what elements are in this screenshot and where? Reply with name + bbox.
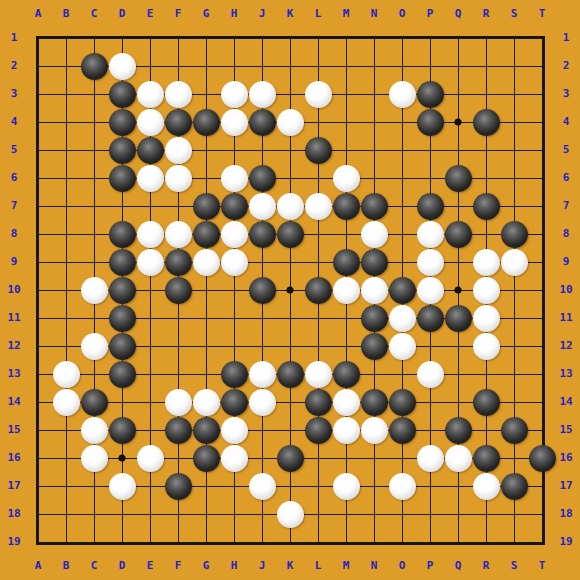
intersection-g18[interactable] bbox=[192, 500, 220, 528]
intersection-f3[interactable] bbox=[164, 80, 192, 108]
intersection-n18[interactable] bbox=[360, 500, 388, 528]
intersection-o1[interactable] bbox=[388, 24, 416, 52]
intersection-o13[interactable] bbox=[388, 360, 416, 388]
intersection-c2[interactable] bbox=[80, 52, 108, 80]
intersection-a1[interactable] bbox=[24, 24, 52, 52]
intersection-n10[interactable] bbox=[360, 276, 388, 304]
intersection-t11[interactable] bbox=[528, 304, 556, 332]
intersection-b19[interactable] bbox=[52, 528, 80, 556]
intersection-r3[interactable] bbox=[472, 80, 500, 108]
intersection-q10[interactable] bbox=[444, 276, 472, 304]
intersection-e17[interactable] bbox=[136, 472, 164, 500]
intersection-n8[interactable] bbox=[360, 220, 388, 248]
intersection-o19[interactable] bbox=[388, 528, 416, 556]
intersection-s11[interactable] bbox=[500, 304, 528, 332]
intersection-h9[interactable] bbox=[220, 248, 248, 276]
intersection-h10[interactable] bbox=[220, 276, 248, 304]
intersection-j9[interactable] bbox=[248, 248, 276, 276]
intersection-k11[interactable] bbox=[276, 304, 304, 332]
intersection-t10[interactable] bbox=[528, 276, 556, 304]
intersection-d12[interactable] bbox=[108, 332, 136, 360]
intersection-h5[interactable] bbox=[220, 136, 248, 164]
intersection-n7[interactable] bbox=[360, 192, 388, 220]
intersection-k15[interactable] bbox=[276, 416, 304, 444]
intersection-s4[interactable] bbox=[500, 108, 528, 136]
intersection-d7[interactable] bbox=[108, 192, 136, 220]
intersection-s10[interactable] bbox=[500, 276, 528, 304]
intersection-p12[interactable] bbox=[416, 332, 444, 360]
intersection-h17[interactable] bbox=[220, 472, 248, 500]
intersection-j10[interactable] bbox=[248, 276, 276, 304]
intersection-b7[interactable] bbox=[52, 192, 80, 220]
intersection-t16[interactable] bbox=[528, 444, 556, 472]
intersection-s8[interactable] bbox=[500, 220, 528, 248]
intersection-g10[interactable] bbox=[192, 276, 220, 304]
intersection-q16[interactable] bbox=[444, 444, 472, 472]
intersection-q2[interactable] bbox=[444, 52, 472, 80]
intersection-p2[interactable] bbox=[416, 52, 444, 80]
intersection-a5[interactable] bbox=[24, 136, 52, 164]
intersection-p1[interactable] bbox=[416, 24, 444, 52]
intersection-f14[interactable] bbox=[164, 388, 192, 416]
intersection-f7[interactable] bbox=[164, 192, 192, 220]
intersection-m17[interactable] bbox=[332, 472, 360, 500]
intersection-k17[interactable] bbox=[276, 472, 304, 500]
intersection-m19[interactable] bbox=[332, 528, 360, 556]
intersection-s14[interactable] bbox=[500, 388, 528, 416]
intersection-r1[interactable] bbox=[472, 24, 500, 52]
intersection-p17[interactable] bbox=[416, 472, 444, 500]
intersection-d9[interactable] bbox=[108, 248, 136, 276]
intersection-f13[interactable] bbox=[164, 360, 192, 388]
intersection-q9[interactable] bbox=[444, 248, 472, 276]
intersection-d2[interactable] bbox=[108, 52, 136, 80]
intersection-c3[interactable] bbox=[80, 80, 108, 108]
intersection-q7[interactable] bbox=[444, 192, 472, 220]
intersection-a18[interactable] bbox=[24, 500, 52, 528]
intersection-r16[interactable] bbox=[472, 444, 500, 472]
intersection-k19[interactable] bbox=[276, 528, 304, 556]
intersection-m6[interactable] bbox=[332, 164, 360, 192]
intersection-e12[interactable] bbox=[136, 332, 164, 360]
intersection-m12[interactable] bbox=[332, 332, 360, 360]
intersection-s6[interactable] bbox=[500, 164, 528, 192]
intersection-e10[interactable] bbox=[136, 276, 164, 304]
intersection-g14[interactable] bbox=[192, 388, 220, 416]
intersection-p13[interactable] bbox=[416, 360, 444, 388]
intersection-h7[interactable] bbox=[220, 192, 248, 220]
intersection-j3[interactable] bbox=[248, 80, 276, 108]
intersection-m1[interactable] bbox=[332, 24, 360, 52]
intersection-m9[interactable] bbox=[332, 248, 360, 276]
intersection-o6[interactable] bbox=[388, 164, 416, 192]
intersection-d5[interactable] bbox=[108, 136, 136, 164]
intersection-p11[interactable] bbox=[416, 304, 444, 332]
intersection-k6[interactable] bbox=[276, 164, 304, 192]
intersection-k2[interactable] bbox=[276, 52, 304, 80]
intersection-t14[interactable] bbox=[528, 388, 556, 416]
intersection-m4[interactable] bbox=[332, 108, 360, 136]
intersection-h18[interactable] bbox=[220, 500, 248, 528]
intersection-m3[interactable] bbox=[332, 80, 360, 108]
intersection-t7[interactable] bbox=[528, 192, 556, 220]
intersection-n12[interactable] bbox=[360, 332, 388, 360]
intersection-c14[interactable] bbox=[80, 388, 108, 416]
intersection-n6[interactable] bbox=[360, 164, 388, 192]
intersection-a3[interactable] bbox=[24, 80, 52, 108]
intersection-o4[interactable] bbox=[388, 108, 416, 136]
intersection-s19[interactable] bbox=[500, 528, 528, 556]
intersection-l6[interactable] bbox=[304, 164, 332, 192]
intersection-j1[interactable] bbox=[248, 24, 276, 52]
intersection-d17[interactable] bbox=[108, 472, 136, 500]
intersection-b4[interactable] bbox=[52, 108, 80, 136]
intersection-d4[interactable] bbox=[108, 108, 136, 136]
intersection-d19[interactable] bbox=[108, 528, 136, 556]
intersection-o18[interactable] bbox=[388, 500, 416, 528]
intersection-h11[interactable] bbox=[220, 304, 248, 332]
intersection-o10[interactable] bbox=[388, 276, 416, 304]
intersection-b15[interactable] bbox=[52, 416, 80, 444]
intersection-b10[interactable] bbox=[52, 276, 80, 304]
intersection-a11[interactable] bbox=[24, 304, 52, 332]
intersection-j16[interactable] bbox=[248, 444, 276, 472]
intersection-f18[interactable] bbox=[164, 500, 192, 528]
intersection-r4[interactable] bbox=[472, 108, 500, 136]
intersection-p5[interactable] bbox=[416, 136, 444, 164]
intersection-o15[interactable] bbox=[388, 416, 416, 444]
intersection-a10[interactable] bbox=[24, 276, 52, 304]
intersection-r7[interactable] bbox=[472, 192, 500, 220]
intersection-l4[interactable] bbox=[304, 108, 332, 136]
intersection-o5[interactable] bbox=[388, 136, 416, 164]
intersection-h13[interactable] bbox=[220, 360, 248, 388]
intersection-j13[interactable] bbox=[248, 360, 276, 388]
intersection-h2[interactable] bbox=[220, 52, 248, 80]
intersection-s7[interactable] bbox=[500, 192, 528, 220]
intersection-h8[interactable] bbox=[220, 220, 248, 248]
intersection-a4[interactable] bbox=[24, 108, 52, 136]
intersection-q1[interactable] bbox=[444, 24, 472, 52]
intersection-e11[interactable] bbox=[136, 304, 164, 332]
intersection-c19[interactable] bbox=[80, 528, 108, 556]
intersection-d18[interactable] bbox=[108, 500, 136, 528]
intersection-p18[interactable] bbox=[416, 500, 444, 528]
intersection-m2[interactable] bbox=[332, 52, 360, 80]
intersection-f9[interactable] bbox=[164, 248, 192, 276]
intersection-t18[interactable] bbox=[528, 500, 556, 528]
intersection-m8[interactable] bbox=[332, 220, 360, 248]
intersection-t6[interactable] bbox=[528, 164, 556, 192]
intersection-r6[interactable] bbox=[472, 164, 500, 192]
intersection-e6[interactable] bbox=[136, 164, 164, 192]
intersection-f6[interactable] bbox=[164, 164, 192, 192]
intersection-b11[interactable] bbox=[52, 304, 80, 332]
intersection-c4[interactable] bbox=[80, 108, 108, 136]
intersection-j8[interactable] bbox=[248, 220, 276, 248]
intersection-g13[interactable] bbox=[192, 360, 220, 388]
intersection-e3[interactable] bbox=[136, 80, 164, 108]
intersection-q12[interactable] bbox=[444, 332, 472, 360]
intersection-g2[interactable] bbox=[192, 52, 220, 80]
intersection-l8[interactable] bbox=[304, 220, 332, 248]
intersection-p10[interactable] bbox=[416, 276, 444, 304]
intersection-a12[interactable] bbox=[24, 332, 52, 360]
intersection-h12[interactable] bbox=[220, 332, 248, 360]
intersection-k4[interactable] bbox=[276, 108, 304, 136]
intersection-t8[interactable] bbox=[528, 220, 556, 248]
intersection-m10[interactable] bbox=[332, 276, 360, 304]
intersection-o12[interactable] bbox=[388, 332, 416, 360]
intersection-r11[interactable] bbox=[472, 304, 500, 332]
intersection-e16[interactable] bbox=[136, 444, 164, 472]
intersection-b17[interactable] bbox=[52, 472, 80, 500]
intersection-d11[interactable] bbox=[108, 304, 136, 332]
intersection-h14[interactable] bbox=[220, 388, 248, 416]
intersection-k3[interactable] bbox=[276, 80, 304, 108]
intersection-p8[interactable] bbox=[416, 220, 444, 248]
intersection-g12[interactable] bbox=[192, 332, 220, 360]
intersection-k7[interactable] bbox=[276, 192, 304, 220]
intersection-g11[interactable] bbox=[192, 304, 220, 332]
intersection-c13[interactable] bbox=[80, 360, 108, 388]
intersection-n19[interactable] bbox=[360, 528, 388, 556]
intersection-o8[interactable] bbox=[388, 220, 416, 248]
intersection-f2[interactable] bbox=[164, 52, 192, 80]
intersection-c10[interactable] bbox=[80, 276, 108, 304]
intersection-h3[interactable] bbox=[220, 80, 248, 108]
intersection-c15[interactable] bbox=[80, 416, 108, 444]
intersection-n2[interactable] bbox=[360, 52, 388, 80]
intersection-k16[interactable] bbox=[276, 444, 304, 472]
intersection-r5[interactable] bbox=[472, 136, 500, 164]
intersection-c6[interactable] bbox=[80, 164, 108, 192]
intersection-c8[interactable] bbox=[80, 220, 108, 248]
intersection-j15[interactable] bbox=[248, 416, 276, 444]
intersection-t2[interactable] bbox=[528, 52, 556, 80]
intersection-f11[interactable] bbox=[164, 304, 192, 332]
intersection-h1[interactable] bbox=[220, 24, 248, 52]
intersection-d3[interactable] bbox=[108, 80, 136, 108]
intersection-n17[interactable] bbox=[360, 472, 388, 500]
intersection-n4[interactable] bbox=[360, 108, 388, 136]
intersection-k10[interactable] bbox=[276, 276, 304, 304]
intersection-j19[interactable] bbox=[248, 528, 276, 556]
intersection-q4[interactable] bbox=[444, 108, 472, 136]
intersection-g4[interactable] bbox=[192, 108, 220, 136]
intersection-b9[interactable] bbox=[52, 248, 80, 276]
intersection-q6[interactable] bbox=[444, 164, 472, 192]
intersection-j14[interactable] bbox=[248, 388, 276, 416]
intersection-o17[interactable] bbox=[388, 472, 416, 500]
intersection-l3[interactable] bbox=[304, 80, 332, 108]
intersection-a16[interactable] bbox=[24, 444, 52, 472]
intersection-o7[interactable] bbox=[388, 192, 416, 220]
intersection-g1[interactable] bbox=[192, 24, 220, 52]
intersection-b14[interactable] bbox=[52, 388, 80, 416]
intersection-g15[interactable] bbox=[192, 416, 220, 444]
intersection-l12[interactable] bbox=[304, 332, 332, 360]
intersection-l17[interactable] bbox=[304, 472, 332, 500]
intersection-n1[interactable] bbox=[360, 24, 388, 52]
intersection-r2[interactable] bbox=[472, 52, 500, 80]
intersection-c17[interactable] bbox=[80, 472, 108, 500]
intersection-d16[interactable] bbox=[108, 444, 136, 472]
intersection-g7[interactable] bbox=[192, 192, 220, 220]
intersection-j4[interactable] bbox=[248, 108, 276, 136]
intersection-e18[interactable] bbox=[136, 500, 164, 528]
intersection-s3[interactable] bbox=[500, 80, 528, 108]
intersection-r13[interactable] bbox=[472, 360, 500, 388]
intersection-f4[interactable] bbox=[164, 108, 192, 136]
intersection-l13[interactable] bbox=[304, 360, 332, 388]
intersection-q5[interactable] bbox=[444, 136, 472, 164]
intersection-g6[interactable] bbox=[192, 164, 220, 192]
intersection-n14[interactable] bbox=[360, 388, 388, 416]
intersection-e15[interactable] bbox=[136, 416, 164, 444]
intersection-f16[interactable] bbox=[164, 444, 192, 472]
intersection-s12[interactable] bbox=[500, 332, 528, 360]
intersection-n3[interactable] bbox=[360, 80, 388, 108]
intersection-q11[interactable] bbox=[444, 304, 472, 332]
intersection-s1[interactable] bbox=[500, 24, 528, 52]
intersection-c5[interactable] bbox=[80, 136, 108, 164]
intersection-k9[interactable] bbox=[276, 248, 304, 276]
intersection-k1[interactable] bbox=[276, 24, 304, 52]
intersection-b6[interactable] bbox=[52, 164, 80, 192]
intersection-t1[interactable] bbox=[528, 24, 556, 52]
intersection-c18[interactable] bbox=[80, 500, 108, 528]
intersection-t4[interactable] bbox=[528, 108, 556, 136]
intersection-b3[interactable] bbox=[52, 80, 80, 108]
intersection-q15[interactable] bbox=[444, 416, 472, 444]
intersection-q14[interactable] bbox=[444, 388, 472, 416]
intersection-t17[interactable] bbox=[528, 472, 556, 500]
intersection-r17[interactable] bbox=[472, 472, 500, 500]
intersection-d8[interactable] bbox=[108, 220, 136, 248]
intersection-e14[interactable] bbox=[136, 388, 164, 416]
intersection-b1[interactable] bbox=[52, 24, 80, 52]
intersection-r8[interactable] bbox=[472, 220, 500, 248]
intersection-l15[interactable] bbox=[304, 416, 332, 444]
intersection-n16[interactable] bbox=[360, 444, 388, 472]
intersection-a19[interactable] bbox=[24, 528, 52, 556]
intersection-q19[interactable] bbox=[444, 528, 472, 556]
intersection-b5[interactable] bbox=[52, 136, 80, 164]
intersection-g19[interactable] bbox=[192, 528, 220, 556]
intersection-a17[interactable] bbox=[24, 472, 52, 500]
intersection-l2[interactable] bbox=[304, 52, 332, 80]
intersection-h16[interactable] bbox=[220, 444, 248, 472]
intersection-d14[interactable] bbox=[108, 388, 136, 416]
intersection-d15[interactable] bbox=[108, 416, 136, 444]
intersection-j2[interactable] bbox=[248, 52, 276, 80]
intersection-m15[interactable] bbox=[332, 416, 360, 444]
intersection-l9[interactable] bbox=[304, 248, 332, 276]
intersection-b2[interactable] bbox=[52, 52, 80, 80]
intersection-f15[interactable] bbox=[164, 416, 192, 444]
intersection-g5[interactable] bbox=[192, 136, 220, 164]
intersection-l1[interactable] bbox=[304, 24, 332, 52]
intersection-p16[interactable] bbox=[416, 444, 444, 472]
intersection-a6[interactable] bbox=[24, 164, 52, 192]
intersection-g17[interactable] bbox=[192, 472, 220, 500]
intersection-r14[interactable] bbox=[472, 388, 500, 416]
intersection-p7[interactable] bbox=[416, 192, 444, 220]
intersection-p15[interactable] bbox=[416, 416, 444, 444]
intersection-h15[interactable] bbox=[220, 416, 248, 444]
intersection-b13[interactable] bbox=[52, 360, 80, 388]
intersection-d10[interactable] bbox=[108, 276, 136, 304]
intersection-e7[interactable] bbox=[136, 192, 164, 220]
intersection-t5[interactable] bbox=[528, 136, 556, 164]
intersection-d1[interactable] bbox=[108, 24, 136, 52]
intersection-t9[interactable] bbox=[528, 248, 556, 276]
intersection-r12[interactable] bbox=[472, 332, 500, 360]
intersection-n5[interactable] bbox=[360, 136, 388, 164]
intersection-r18[interactable] bbox=[472, 500, 500, 528]
intersection-c11[interactable] bbox=[80, 304, 108, 332]
intersection-s9[interactable] bbox=[500, 248, 528, 276]
intersection-o14[interactable] bbox=[388, 388, 416, 416]
intersection-f17[interactable] bbox=[164, 472, 192, 500]
intersection-o11[interactable] bbox=[388, 304, 416, 332]
intersection-g8[interactable] bbox=[192, 220, 220, 248]
intersection-n15[interactable] bbox=[360, 416, 388, 444]
intersection-d13[interactable] bbox=[108, 360, 136, 388]
intersection-s5[interactable] bbox=[500, 136, 528, 164]
intersection-n9[interactable] bbox=[360, 248, 388, 276]
intersection-a2[interactable] bbox=[24, 52, 52, 80]
intersection-a7[interactable] bbox=[24, 192, 52, 220]
intersection-o2[interactable] bbox=[388, 52, 416, 80]
intersection-s15[interactable] bbox=[500, 416, 528, 444]
intersection-p3[interactable] bbox=[416, 80, 444, 108]
intersection-f1[interactable] bbox=[164, 24, 192, 52]
intersection-h6[interactable] bbox=[220, 164, 248, 192]
intersection-f10[interactable] bbox=[164, 276, 192, 304]
intersection-f5[interactable] bbox=[164, 136, 192, 164]
intersection-c16[interactable] bbox=[80, 444, 108, 472]
intersection-p4[interactable] bbox=[416, 108, 444, 136]
intersection-k18[interactable] bbox=[276, 500, 304, 528]
intersection-q18[interactable] bbox=[444, 500, 472, 528]
intersection-l18[interactable] bbox=[304, 500, 332, 528]
intersection-q13[interactable] bbox=[444, 360, 472, 388]
intersection-t13[interactable] bbox=[528, 360, 556, 388]
intersection-k13[interactable] bbox=[276, 360, 304, 388]
intersection-b8[interactable] bbox=[52, 220, 80, 248]
intersection-t15[interactable] bbox=[528, 416, 556, 444]
intersection-a15[interactable] bbox=[24, 416, 52, 444]
intersection-g9[interactable] bbox=[192, 248, 220, 276]
intersection-m13[interactable] bbox=[332, 360, 360, 388]
intersection-l16[interactable] bbox=[304, 444, 332, 472]
intersection-b12[interactable] bbox=[52, 332, 80, 360]
intersection-q17[interactable] bbox=[444, 472, 472, 500]
intersection-l10[interactable] bbox=[304, 276, 332, 304]
intersection-g16[interactable] bbox=[192, 444, 220, 472]
intersection-p19[interactable] bbox=[416, 528, 444, 556]
intersection-f19[interactable] bbox=[164, 528, 192, 556]
intersection-b18[interactable] bbox=[52, 500, 80, 528]
intersection-n13[interactable] bbox=[360, 360, 388, 388]
intersection-h4[interactable] bbox=[220, 108, 248, 136]
intersection-m16[interactable] bbox=[332, 444, 360, 472]
intersection-j18[interactable] bbox=[248, 500, 276, 528]
intersection-g3[interactable] bbox=[192, 80, 220, 108]
intersection-q8[interactable] bbox=[444, 220, 472, 248]
